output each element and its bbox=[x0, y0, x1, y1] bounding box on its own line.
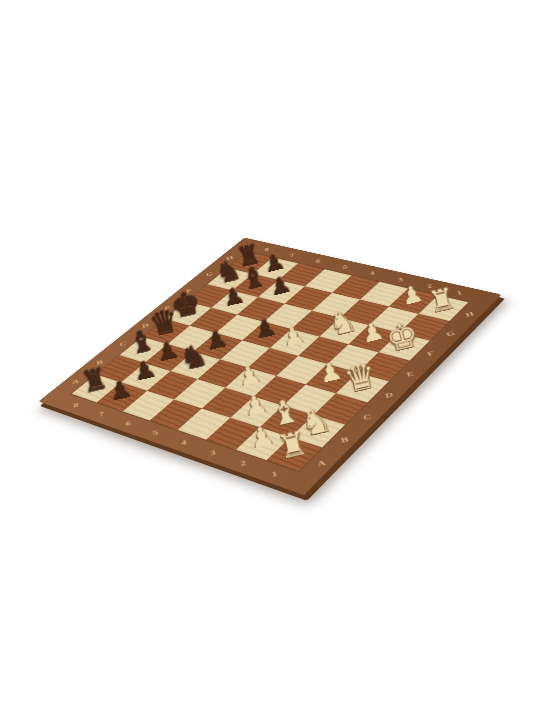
coord-rank-7: 7 bbox=[280, 245, 304, 265]
coord-rank-6: 6 bbox=[306, 251, 331, 271]
piece-glyph: ♜ bbox=[267, 425, 318, 467]
coord-rank-8: 8 bbox=[65, 392, 87, 418]
piece-glyph: ♚ bbox=[378, 315, 426, 358]
product-photo-canvas: ABCDEFGH ABCDEFGH 87654321 87654321 ♜♝♛♚… bbox=[0, 0, 540, 720]
coord-rank-5: 5 bbox=[332, 256, 358, 277]
square-e4[interactable]: ♟ bbox=[270, 329, 320, 356]
piece-glyph: ♞ bbox=[171, 338, 217, 376]
